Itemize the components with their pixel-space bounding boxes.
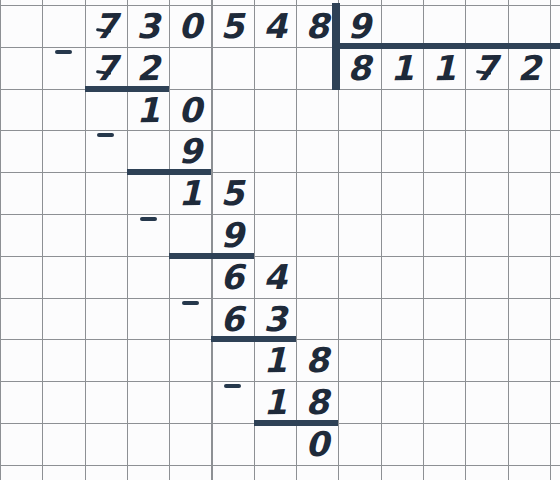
minus-sign <box>97 133 114 137</box>
work-digit: 1 <box>169 172 212 215</box>
quotient-digit: 1 <box>380 46 423 89</box>
quotient-digit: 1 <box>423 46 466 89</box>
minus-sign <box>224 384 241 388</box>
work-digit: 4 <box>253 255 296 298</box>
quotient-digit: 7 <box>465 46 508 89</box>
grid-paper: 7 3 0 5 4 8 9 7 2 8 1 1 7 2 1 0 9 1 5 9 … <box>0 0 560 480</box>
work-digit: 3 <box>253 297 296 340</box>
work-digit: 9 <box>211 214 254 257</box>
minus-sign <box>140 217 157 221</box>
minus-sign <box>182 301 199 305</box>
division-grid: 7 3 0 5 4 8 9 7 2 8 1 1 7 2 1 0 9 1 5 9 … <box>0 0 560 480</box>
quotient-digit: 8 <box>338 46 381 89</box>
work-digit: 8 <box>296 339 339 382</box>
work-digit: 6 <box>211 297 254 340</box>
work-digit: 1 <box>253 339 296 382</box>
dividend-digit: 3 <box>127 5 170 48</box>
dividend-digit: 4 <box>253 5 296 48</box>
work-digit: 1 <box>253 381 296 424</box>
work-digit: 1 <box>127 88 170 131</box>
work-digit: 8 <box>296 381 339 424</box>
work-digit: 5 <box>211 172 254 215</box>
dividend-digit: 0 <box>169 5 212 48</box>
work-digit: 0 <box>169 88 212 131</box>
work-digit: 6 <box>211 255 254 298</box>
quotient-digit: 2 <box>507 46 550 89</box>
work-digit: 9 <box>169 130 212 173</box>
minus-sign <box>55 50 72 54</box>
dividend-digit: 5 <box>211 5 254 48</box>
divisor-digit: 9 <box>338 5 381 48</box>
remainder-digit: 0 <box>296 423 339 466</box>
work-digit: 7 <box>84 46 127 89</box>
division-bracket-horizontal <box>334 43 560 49</box>
dividend-digit: 7 <box>84 5 127 48</box>
work-digit: 2 <box>127 46 170 89</box>
